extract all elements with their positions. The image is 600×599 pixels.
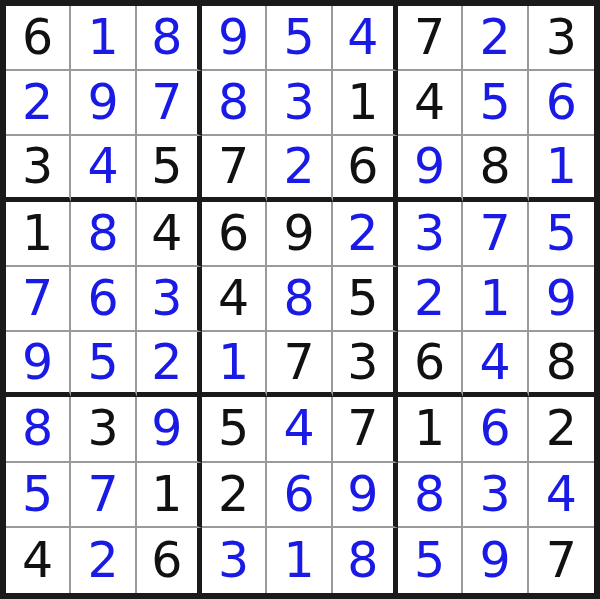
given-digit: 7 <box>218 142 249 191</box>
sudoku-cell-r3c1[interactable]: 3 <box>6 136 71 201</box>
given-digit: 6 <box>22 13 53 62</box>
sudoku-cell-r1c8[interactable]: 2 <box>463 6 528 71</box>
solved-digit: 5 <box>414 536 445 585</box>
sudoku-cell-r8c4[interactable]: 2 <box>202 463 267 528</box>
solved-digit: 7 <box>479 209 510 258</box>
given-digit: 7 <box>414 13 445 62</box>
sudoku-cell-r2c8[interactable]: 5 <box>463 71 528 136</box>
given-digit: 3 <box>87 404 118 453</box>
solved-digit: 1 <box>546 142 577 191</box>
sudoku-cell-r7c3[interactable]: 9 <box>137 397 202 462</box>
solved-digit: 2 <box>22 78 53 127</box>
sudoku-cell-r1c5[interactable]: 5 <box>267 6 332 71</box>
sudoku-cell-r7c9[interactable]: 2 <box>529 397 594 462</box>
given-digit: 5 <box>347 274 378 323</box>
given-digit: 4 <box>218 274 249 323</box>
solved-digit: 6 <box>87 274 118 323</box>
sudoku-cell-r4c2[interactable]: 8 <box>71 202 136 267</box>
sudoku-cell-r8c9[interactable]: 4 <box>529 463 594 528</box>
sudoku-cell-r6c8[interactable]: 4 <box>463 332 528 397</box>
given-digit: 6 <box>347 142 378 191</box>
sudoku-cell-r8c1[interactable]: 5 <box>6 463 71 528</box>
given-digit: 6 <box>218 209 249 258</box>
sudoku-cell-r5c5[interactable]: 8 <box>267 267 332 332</box>
sudoku-cell-r7c8[interactable]: 6 <box>463 397 528 462</box>
sudoku-cell-r8c7[interactable]: 8 <box>398 463 463 528</box>
given-digit: 6 <box>414 338 445 387</box>
given-digit: 7 <box>283 338 314 387</box>
solved-digit: 8 <box>347 536 378 585</box>
sudoku-cell-r4c7[interactable]: 3 <box>398 202 463 267</box>
sudoku-cell-r6c1[interactable]: 9 <box>6 332 71 397</box>
given-digit: 7 <box>347 404 378 453</box>
solved-digit: 9 <box>414 142 445 191</box>
sudoku-cell-r3c6[interactable]: 6 <box>333 136 398 201</box>
solved-digit: 1 <box>479 274 510 323</box>
solved-digit: 4 <box>546 470 577 519</box>
solved-digit: 9 <box>546 274 577 323</box>
solved-digit: 2 <box>479 13 510 62</box>
sudoku-cell-r1c6[interactable]: 4 <box>333 6 398 71</box>
solved-digit: 4 <box>87 142 118 191</box>
solved-digit: 2 <box>151 338 182 387</box>
solved-digit: 8 <box>283 274 314 323</box>
given-digit: 4 <box>22 536 53 585</box>
given-digit: 3 <box>546 13 577 62</box>
solved-digit: 5 <box>546 209 577 258</box>
solved-digit: 8 <box>414 470 445 519</box>
sudoku-cell-r8c2[interactable]: 7 <box>71 463 136 528</box>
solved-digit: 9 <box>479 536 510 585</box>
sudoku-cell-r3c3[interactable]: 5 <box>137 136 202 201</box>
given-digit: 2 <box>546 404 577 453</box>
sudoku-cell-r5c7[interactable]: 2 <box>398 267 463 332</box>
sudoku-cell-r5c3[interactable]: 3 <box>137 267 202 332</box>
given-digit: 3 <box>22 142 53 191</box>
solved-digit: 5 <box>87 338 118 387</box>
given-digit: 1 <box>347 78 378 127</box>
solved-digit: 5 <box>479 78 510 127</box>
sudoku-cell-r3c2[interactable]: 4 <box>71 136 136 201</box>
sudoku-cell-r9c6[interactable]: 8 <box>333 528 398 593</box>
sudoku-cell-r4c9[interactable]: 5 <box>529 202 594 267</box>
sudoku-cell-r7c1[interactable]: 8 <box>6 397 71 462</box>
sudoku-cell-r6c2[interactable]: 5 <box>71 332 136 397</box>
sudoku-cell-r1c3[interactable]: 8 <box>137 6 202 71</box>
solved-digit: 4 <box>479 338 510 387</box>
sudoku-cell-r7c7[interactable]: 1 <box>398 397 463 462</box>
sudoku-cell-r1c1[interactable]: 6 <box>6 6 71 71</box>
sudoku-cell-r5c6[interactable]: 5 <box>333 267 398 332</box>
sudoku-cell-r4c5[interactable]: 9 <box>267 202 332 267</box>
sudoku-cell-r9c3[interactable]: 6 <box>137 528 202 593</box>
solved-digit: 8 <box>218 78 249 127</box>
given-digit: 8 <box>479 142 510 191</box>
given-digit: 6 <box>151 536 182 585</box>
solved-digit: 3 <box>283 78 314 127</box>
sudoku-cell-r5c9[interactable]: 9 <box>529 267 594 332</box>
solved-digit: 4 <box>347 13 378 62</box>
solved-digit: 2 <box>87 536 118 585</box>
given-digit: 9 <box>283 209 314 258</box>
solved-digit: 6 <box>479 404 510 453</box>
sudoku-cell-r2c2[interactable]: 9 <box>71 71 136 136</box>
solved-digit: 1 <box>218 338 249 387</box>
given-digit: 4 <box>151 209 182 258</box>
solved-digit: 3 <box>218 536 249 585</box>
sudoku-cell-r3c9[interactable]: 1 <box>529 136 594 201</box>
sudoku-cell-r3c7[interactable]: 9 <box>398 136 463 201</box>
sudoku-board-wrapper: 6189547232978314563457269811846923757634… <box>0 0 600 599</box>
given-digit: 2 <box>218 470 249 519</box>
sudoku-cell-r7c5[interactable]: 4 <box>267 397 332 462</box>
sudoku-cell-r2c9[interactable]: 6 <box>529 71 594 136</box>
sudoku-cell-r1c9[interactable]: 3 <box>529 6 594 71</box>
solved-digit: 7 <box>87 470 118 519</box>
solved-digit: 9 <box>151 404 182 453</box>
solved-digit: 7 <box>151 78 182 127</box>
given-digit: 7 <box>546 536 577 585</box>
sudoku-cell-r8c8[interactable]: 3 <box>463 463 528 528</box>
sudoku-cell-r2c7[interactable]: 4 <box>398 71 463 136</box>
sudoku-cell-r4c6[interactable]: 2 <box>333 202 398 267</box>
sudoku-cell-r2c1[interactable]: 2 <box>6 71 71 136</box>
sudoku-cell-r8c3[interactable]: 1 <box>137 463 202 528</box>
given-digit: 8 <box>546 338 577 387</box>
solved-digit: 2 <box>347 209 378 258</box>
given-digit: 5 <box>218 404 249 453</box>
sudoku-cell-r4c8[interactable]: 7 <box>463 202 528 267</box>
solved-digit: 3 <box>479 470 510 519</box>
solved-digit: 8 <box>22 404 53 453</box>
solved-digit: 3 <box>414 209 445 258</box>
solved-digit: 1 <box>283 536 314 585</box>
sudoku-cell-r6c6[interactable]: 3 <box>333 332 398 397</box>
solved-digit: 4 <box>283 404 314 453</box>
sudoku-cell-r3c5[interactable]: 2 <box>267 136 332 201</box>
sudoku-cell-r2c5[interactable]: 3 <box>267 71 332 136</box>
sudoku-cell-r3c8[interactable]: 8 <box>463 136 528 201</box>
given-digit: 3 <box>347 338 378 387</box>
solved-digit: 8 <box>151 13 182 62</box>
given-digit: 1 <box>22 209 53 258</box>
sudoku-cell-r1c2[interactable]: 1 <box>71 6 136 71</box>
sudoku-cell-r5c4[interactable]: 4 <box>202 267 267 332</box>
sudoku-cell-r9c4[interactable]: 3 <box>202 528 267 593</box>
sudoku-cell-r6c9[interactable]: 8 <box>529 332 594 397</box>
sudoku-cell-r5c8[interactable]: 1 <box>463 267 528 332</box>
sudoku-board: 6189547232978314563457269811846923757634… <box>0 0 600 599</box>
sudoku-cell-r4c4[interactable]: 6 <box>202 202 267 267</box>
sudoku-cell-r6c7[interactable]: 6 <box>398 332 463 397</box>
solved-digit: 9 <box>87 78 118 127</box>
sudoku-cell-r2c4[interactable]: 8 <box>202 71 267 136</box>
given-digit: 4 <box>414 78 445 127</box>
solved-digit: 9 <box>22 338 53 387</box>
sudoku-cell-r7c4[interactable]: 5 <box>202 397 267 462</box>
sudoku-cell-r1c7[interactable]: 7 <box>398 6 463 71</box>
sudoku-cell-r6c4[interactable]: 1 <box>202 332 267 397</box>
solved-digit: 1 <box>87 13 118 62</box>
given-digit: 5 <box>151 142 182 191</box>
solved-digit: 7 <box>22 274 53 323</box>
sudoku-cell-r8c5[interactable]: 6 <box>267 463 332 528</box>
sudoku-cell-r5c1[interactable]: 7 <box>6 267 71 332</box>
sudoku-cell-r6c3[interactable]: 2 <box>137 332 202 397</box>
sudoku-cell-r2c3[interactable]: 7 <box>137 71 202 136</box>
solved-digit: 6 <box>283 470 314 519</box>
solved-digit: 2 <box>283 142 314 191</box>
given-digit: 1 <box>414 404 445 453</box>
sudoku-cell-r8c6[interactable]: 9 <box>333 463 398 528</box>
sudoku-cell-r9c9[interactable]: 7 <box>529 528 594 593</box>
solved-digit: 6 <box>546 78 577 127</box>
sudoku-cell-r9c7[interactable]: 5 <box>398 528 463 593</box>
sudoku-cell-r9c5[interactable]: 1 <box>267 528 332 593</box>
solved-digit: 5 <box>22 470 53 519</box>
sudoku-cell-r9c8[interactable]: 9 <box>463 528 528 593</box>
solved-digit: 2 <box>414 274 445 323</box>
sudoku-cell-r4c3[interactable]: 4 <box>137 202 202 267</box>
sudoku-cell-r3c4[interactable]: 7 <box>202 136 267 201</box>
sudoku-cell-r4c1[interactable]: 1 <box>6 202 71 267</box>
solved-digit: 9 <box>347 470 378 519</box>
solved-digit: 8 <box>87 209 118 258</box>
sudoku-cell-r9c1[interactable]: 4 <box>6 528 71 593</box>
sudoku-cell-r1c4[interactable]: 9 <box>202 6 267 71</box>
sudoku-cell-r2c6[interactable]: 1 <box>333 71 398 136</box>
solved-digit: 9 <box>218 13 249 62</box>
sudoku-cell-r5c2[interactable]: 6 <box>71 267 136 332</box>
sudoku-cell-r7c2[interactable]: 3 <box>71 397 136 462</box>
sudoku-cell-r7c6[interactable]: 7 <box>333 397 398 462</box>
solved-digit: 5 <box>283 13 314 62</box>
sudoku-cell-r9c2[interactable]: 2 <box>71 528 136 593</box>
solved-digit: 3 <box>151 274 182 323</box>
sudoku-cell-r6c5[interactable]: 7 <box>267 332 332 397</box>
given-digit: 1 <box>151 470 182 519</box>
